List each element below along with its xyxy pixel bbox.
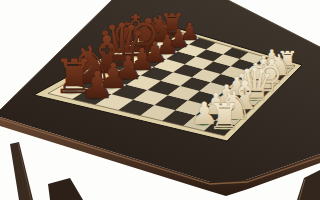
piece-black-pawn: ♟ — [81, 63, 115, 107]
scene-svg: ♜♟♞♟♝♟♚♟♟♛♜♟♟♝♞♟♟♞♝♟♟♚♜♟♟♛♟♝♟♞♟♜ — [0, 0, 320, 200]
chess-table-photo: ♜♟♞♟♝♟♚♟♟♛♜♟♟♝♞♟♟♞♝♟♟♚♜♟♟♛♟♝♟♞♟♜ — [0, 0, 320, 200]
piece-glyph-a1: ♜ — [208, 96, 240, 137]
piece-white-rook: ♜ — [208, 96, 240, 137]
piece-glyph-a7: ♟ — [81, 63, 115, 107]
